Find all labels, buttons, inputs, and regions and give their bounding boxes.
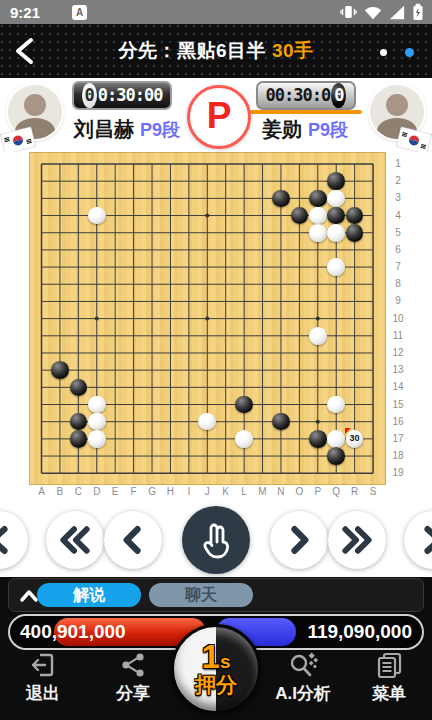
back-button-nav[interactable] (104, 511, 162, 569)
stone-white (309, 224, 327, 242)
ai-label: A.I分析 (263, 682, 343, 705)
last-move-marker (345, 428, 351, 434)
stone-black (70, 379, 88, 397)
stone-black (51, 361, 69, 379)
right-bet-count: 119,090,000 (307, 616, 412, 648)
column-label: L (237, 486, 251, 497)
row-label: 1 (389, 158, 407, 169)
fast-forward-button[interactable] (328, 511, 386, 569)
status-time: 9:21 (10, 4, 40, 21)
stone-white (88, 413, 106, 431)
menu-icon (374, 650, 404, 680)
tab-chat[interactable]: 聊天 (149, 583, 253, 607)
black-stone-indicator: 0 (331, 83, 346, 108)
bet-countdown: 1s (202, 642, 231, 673)
korea-flag-icon (396, 126, 432, 154)
go-last-button[interactable] (404, 511, 432, 569)
stone-black (309, 190, 327, 208)
left-player-name: 刘昌赫P9段 (74, 116, 180, 143)
white-stone-indicator: 0 (82, 83, 97, 108)
row-label: 12 (389, 347, 407, 358)
move-number-label: 30 (350, 434, 360, 443)
column-label: Q (329, 486, 343, 497)
column-label: G (145, 486, 159, 497)
signal-icon (389, 5, 405, 20)
row-label: 10 (389, 313, 407, 324)
stone-white (88, 207, 106, 225)
row-label: 5 (389, 227, 407, 238)
avatar-head (24, 94, 46, 116)
two-finger-hand-icon (196, 518, 236, 562)
stone-black (346, 224, 364, 242)
tab-commentary[interactable]: 解说 (37, 583, 141, 607)
column-label: K (219, 486, 233, 497)
stone-white (327, 224, 345, 242)
row-label: 4 (389, 210, 407, 221)
row-label: 14 (389, 381, 407, 392)
share-icon (118, 650, 148, 680)
stone-white (309, 327, 327, 345)
battery-icon (412, 3, 424, 21)
row-label: 11 (389, 330, 407, 341)
bottom-panel: 解说 聊天 400,901,000 119,090,000 1s 押分 退出 分… (0, 577, 432, 720)
ai-analysis-icon (288, 650, 318, 680)
wifi-icon (364, 5, 382, 20)
page-dot-active[interactable] (405, 48, 414, 57)
row-label: 7 (389, 261, 407, 272)
page-dot[interactable] (380, 49, 387, 56)
exit-icon (28, 650, 58, 680)
board-section: 30 ABCDEFGHIJKLMNOPQRS123456789101112131… (0, 152, 432, 505)
pass-badge[interactable]: P (187, 85, 251, 149)
column-label: O (292, 486, 306, 497)
row-label: 16 (389, 416, 407, 427)
go-first-button[interactable] (0, 511, 28, 569)
forward-button[interactable] (270, 511, 328, 569)
column-label: S (366, 486, 380, 497)
right-player-name: 姜勋P9段 (262, 116, 348, 143)
rule-text: 分先：黑贴6目半 (118, 40, 266, 61)
row-label: 17 (389, 433, 407, 444)
share-button[interactable]: 分享 (93, 650, 173, 705)
stone-white (88, 396, 106, 414)
tab-bar: 解说 聊天 (8, 578, 424, 612)
players-row: 00:30:00 刘昌赫P9段 P 00:30:00 姜勋P9段 (0, 78, 432, 152)
row-label: 15 (389, 399, 407, 410)
column-label: N (274, 486, 288, 497)
move-navigation (0, 505, 432, 577)
left-player-rank: P9段 (140, 120, 180, 140)
left-clock: 00:30:00 (72, 81, 172, 110)
column-label: M (256, 486, 270, 497)
chevron-left-icon (115, 522, 151, 558)
header: 分先：黑贴6目半30手 (0, 24, 432, 78)
exit-label: 退出 (3, 682, 83, 705)
vibrate-icon (340, 4, 357, 20)
right-clock-time: 00:30:00 (266, 85, 347, 105)
ai-analysis-button[interactable]: A.I分析 (263, 650, 343, 705)
stone-black (327, 172, 345, 190)
chevron-right-icon (281, 522, 317, 558)
stone-black (272, 413, 290, 431)
bet-button[interactable]: 1s 押分 (171, 624, 261, 714)
column-label: B (53, 486, 67, 497)
last-move-icon (415, 522, 432, 558)
row-label: 13 (389, 364, 407, 375)
stone-white: 30 (346, 430, 364, 448)
column-label: R (348, 486, 362, 497)
column-label: E (108, 486, 122, 497)
go-broadcast-app: 9:21 A 分先：黑贴6目半30手 00:30:00 刘昌赫P9段 P 00:… (0, 0, 432, 720)
column-label: F (127, 486, 141, 497)
column-label: P (311, 486, 325, 497)
active-turn-indicator (250, 110, 362, 114)
double-chevron-right-icon (339, 522, 375, 558)
stone-white (309, 207, 327, 225)
column-label: D (90, 486, 104, 497)
row-label: 8 (389, 278, 407, 289)
column-label: C (71, 486, 85, 497)
player-name-text: 刘昌赫 (74, 118, 134, 140)
left-clock-time: 00:30:00 (82, 85, 163, 105)
first-move-icon (0, 522, 17, 558)
left-bet-count: 400,901,000 (20, 616, 126, 648)
avatar-head (386, 94, 408, 116)
collapse-panel-button[interactable] (19, 588, 39, 604)
menu-label: 菜单 (349, 682, 429, 705)
fast-back-button[interactable] (46, 511, 104, 569)
column-label: J (200, 486, 214, 497)
column-label: H (163, 486, 177, 497)
row-label: 19 (389, 467, 407, 478)
exit-button[interactable]: 退出 (3, 650, 83, 705)
stone-white (327, 258, 345, 276)
row-label: 18 (389, 450, 407, 461)
bet-button-label: 押分 (195, 673, 237, 697)
row-label: 6 (389, 244, 407, 255)
double-chevron-left-icon (57, 522, 93, 558)
place-stone-button[interactable] (182, 506, 250, 574)
ime-icon: A (72, 5, 87, 20)
stone-black (327, 447, 345, 465)
stone-black (70, 430, 88, 448)
right-player-rank: P9段 (308, 120, 348, 140)
stone-black (309, 430, 327, 448)
column-label: A (35, 486, 49, 497)
move-count-badge: 30手 (272, 40, 314, 61)
korea-flag-icon (0, 126, 36, 154)
stone-white (235, 430, 253, 448)
stone-white (327, 430, 345, 448)
status-bar: 9:21 A (0, 0, 432, 24)
stone-black (272, 190, 290, 208)
row-label: 3 (389, 192, 407, 203)
stone-black (235, 396, 253, 414)
game-title: 分先：黑贴6目半30手 (0, 38, 432, 64)
share-label: 分享 (93, 682, 173, 705)
column-label: I (182, 486, 196, 497)
status-icons (340, 3, 432, 21)
row-label: 2 (389, 175, 407, 186)
menu-button[interactable]: 菜单 (349, 650, 429, 705)
stone-white (88, 430, 106, 448)
stone-white (327, 190, 345, 208)
goban[interactable]: 30 (29, 152, 386, 485)
row-label: 9 (389, 295, 407, 306)
right-clock: 00:30:00 (256, 81, 356, 110)
player-name-text: 姜勋 (262, 118, 302, 140)
